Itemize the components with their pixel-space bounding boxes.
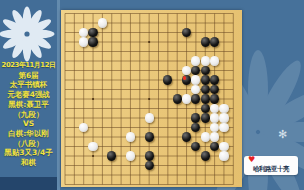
black-stone [191,94,200,103]
black-stone [201,37,210,46]
go-board [61,10,242,187]
white-stone [201,132,210,141]
black-stone [88,37,97,46]
white-stone [219,142,228,151]
flower-logo-icon [0,3,58,63]
white-stone [98,18,107,27]
white-stone [210,113,219,122]
white-stone [191,75,200,84]
black-stone [107,151,116,160]
black-stone [201,94,210,103]
black-stone [201,66,210,75]
black-stone [210,75,219,84]
white-stone [79,37,88,46]
white-stone [219,113,228,122]
result-label: 和棋 [0,158,57,168]
game-info-text: 2023年11月12日 第6届 太平书镇杯 元老赛4强战 黑棋:聂卫平 （九段）… [0,61,57,168]
black-player: 黑棋:聂卫平 [0,100,57,110]
white-stone [145,113,154,122]
white-stone [219,151,228,160]
black-stone [145,161,154,170]
panel-divider [57,0,60,190]
black-stone [145,151,154,160]
black-stone [201,85,210,94]
channel-watermark: ♥ 哈利路亚十亮 [244,156,298,175]
white-stone [126,151,135,160]
black-stone [191,113,200,122]
white-stone [219,104,228,113]
white-stone [201,56,210,65]
black-stone [201,104,210,113]
black-stone [182,75,191,84]
black-stone [145,132,154,141]
event-stage: 元老赛4强战 [0,90,57,100]
white-stone [191,56,200,65]
black-stone [201,75,210,84]
white-stone [88,142,97,151]
white-stone [210,56,219,65]
vs-label: VS [0,119,57,129]
white-stone [126,132,135,141]
panel-bottom-strip [0,177,57,190]
screenshot-stage: ✻ 2023年11月12日 第6届 太平书镇杯 元老赛4强战 黑棋:聂卫平 （九… [0,0,304,190]
event-cup: 太平书镇杯 [0,80,57,90]
white-stone [210,132,219,141]
black-stone [88,28,97,37]
black-stone [201,151,210,160]
black-stone [201,113,210,122]
black-stone [173,94,182,103]
black-stone [210,94,219,103]
event-edition: 第6届 [0,71,57,81]
white-rank: （八段） [0,139,57,149]
white-stone [182,94,191,103]
black-stone [210,37,219,46]
white-player: 白棋:华以刚 [0,129,57,139]
black-stone [163,75,172,84]
komi-label: 黑贴3又3/4子 [0,148,57,158]
black-stone [182,132,191,141]
channel-name: 哈利路亚十亮 [244,165,298,174]
heart-icon: ♥ [248,156,255,164]
last-move-marker [183,76,186,79]
info-panel: 2023年11月12日 第6届 太平书镇杯 元老赛4强战 黑棋:聂卫平 （九段）… [0,0,57,190]
white-stone [219,123,228,132]
black-rank: （九段） [0,110,57,120]
sparkle-icon: ✻ [278,128,287,141]
game-date: 2023年11月12日 [0,61,57,71]
